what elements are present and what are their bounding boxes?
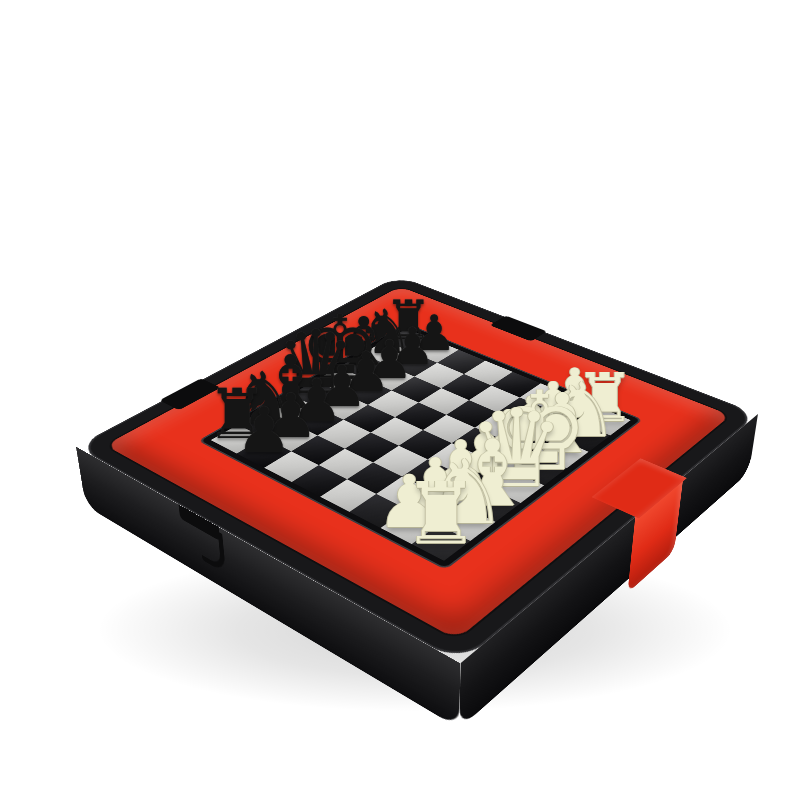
square-f1[interactable] xyxy=(535,438,588,468)
square-a5[interactable] xyxy=(292,465,348,497)
square-a6[interactable] xyxy=(264,451,319,482)
square-a3[interactable] xyxy=(350,494,407,528)
square-b2[interactable] xyxy=(407,491,464,525)
square-a2[interactable] xyxy=(380,509,438,544)
square-b6[interactable] xyxy=(291,435,345,465)
square-c2[interactable] xyxy=(433,474,489,506)
square-b1[interactable] xyxy=(438,506,496,541)
square-c5[interactable] xyxy=(345,433,399,463)
front-latch-hook-icon xyxy=(198,520,226,573)
square-b3[interactable] xyxy=(377,476,433,509)
square-c3[interactable] xyxy=(403,460,458,491)
square-d3[interactable] xyxy=(428,443,482,473)
square-b4[interactable] xyxy=(347,462,402,494)
square-d4[interactable] xyxy=(399,430,452,460)
square-e2[interactable] xyxy=(482,441,536,471)
square-e3[interactable] xyxy=(452,428,505,457)
square-a1[interactable] xyxy=(412,525,471,561)
square-e1[interactable] xyxy=(512,454,566,485)
square-d2[interactable] xyxy=(458,457,513,488)
square-b5[interactable] xyxy=(319,448,374,479)
square-c4[interactable] xyxy=(373,446,427,477)
square-c1[interactable] xyxy=(464,488,521,521)
square-d1[interactable] xyxy=(489,471,544,503)
square-a4[interactable] xyxy=(320,479,376,512)
square-a7[interactable] xyxy=(237,438,291,468)
stage: ♜♟♞♟♝♟♚♟♛♟♝♟♟♜♞♟♟♞♜♟♟♝♟♚♟♛♟♝♟♞♟♜ xyxy=(0,0,800,800)
